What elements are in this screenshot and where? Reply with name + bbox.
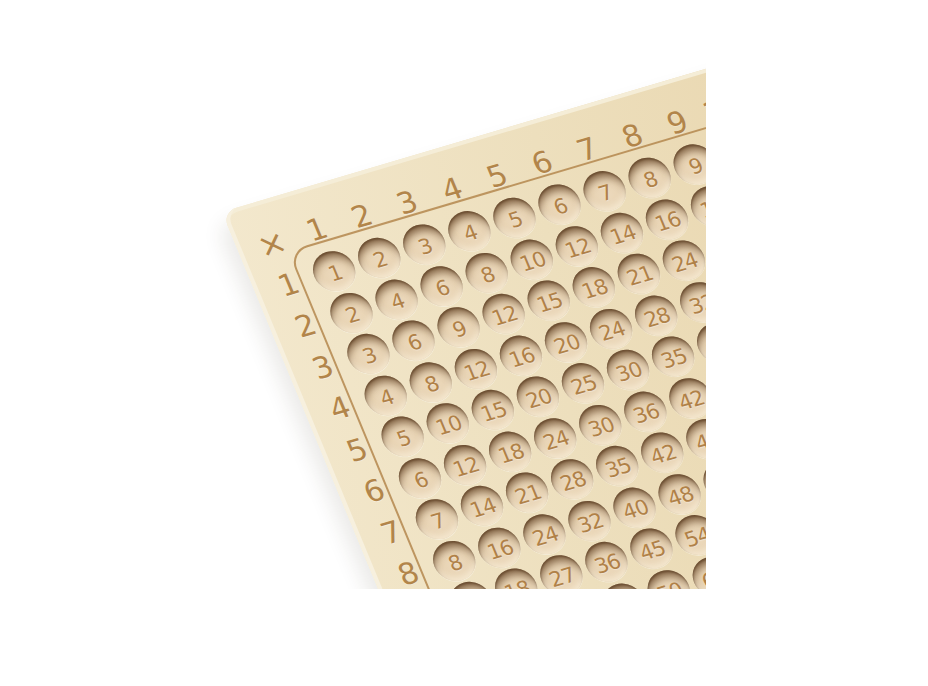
multiply-symbol: × xyxy=(251,221,293,265)
product-number: 12 xyxy=(459,353,493,385)
product-number: 24 xyxy=(527,518,561,550)
product-number: 8 xyxy=(420,368,442,397)
product-number: 40 xyxy=(607,587,641,589)
product-number: 21 xyxy=(622,258,656,290)
product-number: 20 xyxy=(521,381,555,413)
product-number: 60 xyxy=(697,561,706,589)
col-header-label: 4 xyxy=(437,173,467,206)
product-number: 14 xyxy=(605,216,639,248)
product-number: 10 xyxy=(515,243,549,275)
product-number: 6 xyxy=(430,272,452,301)
product-number: 15 xyxy=(476,394,510,426)
col-header-label: 7 xyxy=(573,133,603,166)
row-header-label: 1 xyxy=(274,268,304,301)
photo-area: ×123456789101123456789102246810121416182… xyxy=(0,0,706,589)
product-number: 24 xyxy=(594,313,628,345)
product-number: 14 xyxy=(465,490,499,522)
product-number: 40 xyxy=(701,327,706,359)
product-number: 1 xyxy=(323,257,345,286)
product-number: 32 xyxy=(572,505,606,537)
product-number: 36 xyxy=(628,395,662,427)
product-number: 21 xyxy=(510,477,544,509)
product-number: 8 xyxy=(475,258,497,287)
product-number: 15 xyxy=(532,285,566,317)
product-number: 4 xyxy=(375,381,397,410)
product-number: 45 xyxy=(634,533,668,565)
product-number: 4 xyxy=(385,285,407,314)
product-number: 27 xyxy=(544,559,578,589)
product-number: 18 xyxy=(695,190,706,222)
product-number: 42 xyxy=(645,437,679,469)
product-number: 6 xyxy=(548,190,570,219)
board-grid: ×123456789101123456789102246810121416182… xyxy=(240,82,706,589)
product-number: 18 xyxy=(493,435,527,467)
col-header-label: 8 xyxy=(618,120,648,153)
product-number: 18 xyxy=(499,573,533,589)
product-number: 24 xyxy=(538,422,572,454)
product-number: 5 xyxy=(392,422,414,451)
product-number: 30 xyxy=(583,409,617,441)
product-number: 36 xyxy=(589,546,623,578)
col-header-label: 6 xyxy=(528,147,558,180)
product-number: 3 xyxy=(413,230,435,259)
product-number: 35 xyxy=(600,450,634,482)
product-number: 18 xyxy=(577,271,611,303)
product-number: 6 xyxy=(402,326,424,355)
product-number: 10 xyxy=(431,407,465,439)
row-header-label: 6 xyxy=(359,475,389,508)
product-number: 8 xyxy=(443,546,465,575)
product-number: 30 xyxy=(611,354,645,386)
product-number: 16 xyxy=(482,531,516,563)
product-number: 9 xyxy=(448,313,470,342)
multiplication-board: ×123456789101123456789102246810121416182… xyxy=(222,30,706,589)
product-number: 40 xyxy=(617,491,651,523)
product-number: 12 xyxy=(448,449,482,481)
product-number: 16 xyxy=(504,339,538,371)
product-number: 49 xyxy=(690,423,706,455)
row-header-label: 8 xyxy=(394,558,424,589)
product-number: 42 xyxy=(673,382,706,414)
row-header-label: 2 xyxy=(291,309,321,342)
col-header-label: 3 xyxy=(392,187,422,220)
product-number: 20 xyxy=(549,326,583,358)
product-number: 7 xyxy=(426,505,448,534)
product-number: 24 xyxy=(667,244,701,276)
product-number: 25 xyxy=(566,367,600,399)
col-header-label: 5 xyxy=(483,160,513,193)
product-number: 35 xyxy=(656,341,690,373)
product-number: 8 xyxy=(639,164,661,193)
row-header-label: 3 xyxy=(308,351,338,384)
row-header-label: 4 xyxy=(325,392,355,425)
product-number: 12 xyxy=(560,230,594,262)
row-header-label: 5 xyxy=(342,433,372,466)
product-number: 48 xyxy=(662,478,696,510)
product-number: 6 xyxy=(409,464,431,493)
product-number: 9 xyxy=(460,588,482,589)
col-header-label: 2 xyxy=(347,200,377,233)
product-number: 7 xyxy=(594,177,616,206)
product-number: 28 xyxy=(639,299,673,331)
product-number: 28 xyxy=(555,463,589,495)
row-header-label: 7 xyxy=(377,516,407,549)
product-number: 5 xyxy=(503,204,525,233)
product-number: 50 xyxy=(652,574,686,589)
col-header-label: 1 xyxy=(302,213,332,246)
product-number: 2 xyxy=(340,298,362,327)
product-number: 4 xyxy=(458,217,480,246)
col-header-label: 9 xyxy=(663,107,693,140)
product-number: 3 xyxy=(357,340,379,369)
product-number: 12 xyxy=(487,298,521,330)
product-number: 54 xyxy=(680,519,706,551)
product-number: 16 xyxy=(650,203,684,235)
product-number: 9 xyxy=(684,150,706,179)
product-number: 32 xyxy=(684,286,706,318)
product-number: 2 xyxy=(368,244,390,273)
